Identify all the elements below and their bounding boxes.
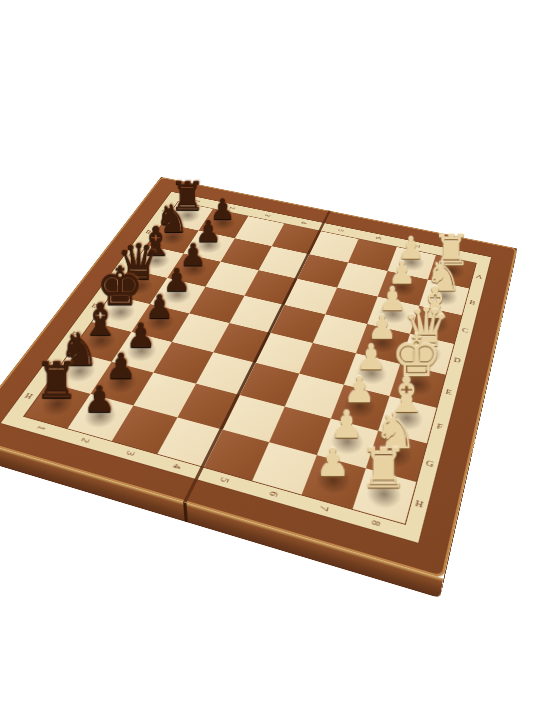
piece-white-rook-h1[interactable]: ♜ [352, 467, 416, 522]
board-3d-scene: 12345678 12345678 ABCDEFGH ABCDEFGH ♜♞♝♛… [0, 0, 540, 720]
piece-black-pawn-h7[interactable]: ♟ [67, 393, 133, 440]
black-pawn-icon: ♟ [66, 381, 132, 417]
product-photo-scene: 12345678 12345678 ABCDEFGH ABCDEFGH ♜♞♝♛… [0, 0, 540, 720]
chess-board: 12345678 12345678 ABCDEFGH ABCDEFGH ♜♞♝♛… [0, 177, 517, 579]
fold-seam-notch [183, 502, 188, 523]
white-rook-icon: ♜ [348, 441, 420, 496]
